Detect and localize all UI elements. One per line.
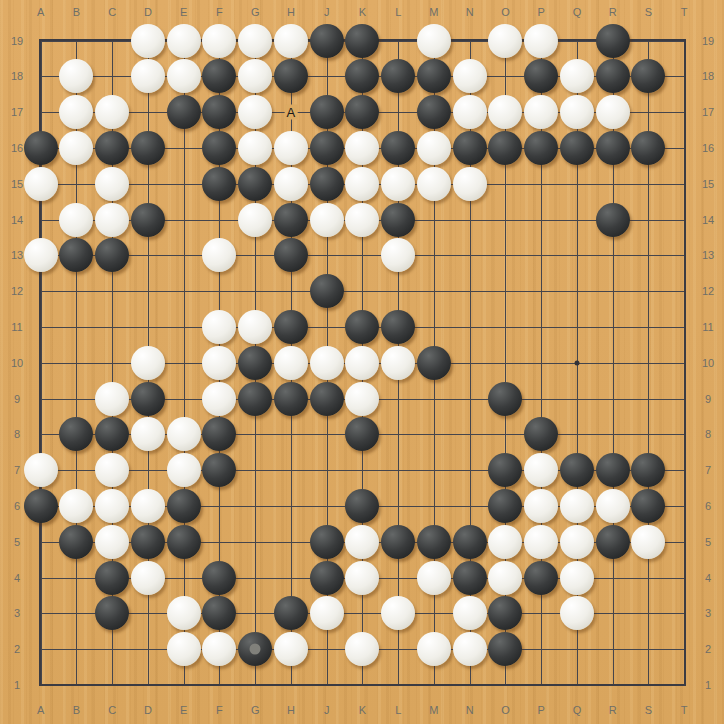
- black-stone-F3[interactable]: [202, 596, 236, 630]
- white-stone-K15[interactable]: [345, 167, 379, 201]
- col-label-B: B: [73, 6, 80, 18]
- white-stone-E2[interactable]: [167, 632, 201, 666]
- row-label-14: 14: [11, 214, 23, 226]
- black-stone-L14[interactable]: [381, 203, 415, 237]
- white-stone-K16[interactable]: [345, 131, 379, 165]
- col-label-O: O: [501, 704, 510, 716]
- col-label-Q: Q: [573, 704, 582, 716]
- white-stone-M16[interactable]: [417, 131, 451, 165]
- white-stone-C5[interactable]: [95, 525, 129, 559]
- black-stone-O7[interactable]: [488, 453, 522, 487]
- col-label-H: H: [287, 704, 295, 716]
- black-stone-J16[interactable]: [310, 131, 344, 165]
- col-label-F: F: [216, 6, 223, 18]
- row-label-8: 8: [14, 428, 20, 440]
- white-stone-J14[interactable]: [310, 203, 344, 237]
- black-stone-L5[interactable]: [381, 525, 415, 559]
- white-stone-R17[interactable]: [596, 95, 630, 129]
- black-stone-S6[interactable]: [631, 489, 665, 523]
- col-label-L: L: [395, 6, 401, 18]
- white-stone-H10[interactable]: [274, 346, 308, 380]
- black-stone-A6[interactable]: [24, 489, 58, 523]
- black-stone-H18[interactable]: [274, 59, 308, 93]
- row-label-11: 11: [702, 321, 713, 333]
- black-stone-M10[interactable]: [417, 346, 451, 380]
- row-label-18: 18: [702, 70, 714, 82]
- white-stone-L15[interactable]: [381, 167, 415, 201]
- black-stone-G10[interactable]: [238, 346, 272, 380]
- black-stone-O16[interactable]: [488, 131, 522, 165]
- star-point-Q10: [574, 360, 579, 365]
- white-stone-F10[interactable]: [202, 346, 236, 380]
- white-stone-L3[interactable]: [381, 596, 415, 630]
- row-label-5: 5: [14, 536, 20, 548]
- row-label-17: 17: [702, 106, 714, 118]
- white-stone-E3[interactable]: [167, 596, 201, 630]
- white-stone-C9[interactable]: [95, 382, 129, 416]
- black-stone-H11[interactable]: [274, 310, 308, 344]
- black-stone-Q16[interactable]: [560, 131, 594, 165]
- black-stone-Q7[interactable]: [560, 453, 594, 487]
- black-stone-F16[interactable]: [202, 131, 236, 165]
- white-stone-K9[interactable]: [345, 382, 379, 416]
- white-stone-G16[interactable]: [238, 131, 272, 165]
- col-label-F: F: [216, 704, 223, 716]
- col-label-J: J: [324, 6, 330, 18]
- white-stone-R6[interactable]: [596, 489, 630, 523]
- white-stone-A7[interactable]: [24, 453, 58, 487]
- row-label-19: 19: [702, 35, 714, 47]
- white-stone-Q4[interactable]: [560, 561, 594, 595]
- col-label-A: A: [37, 704, 44, 716]
- col-label-E: E: [180, 704, 187, 716]
- col-label-M: M: [429, 6, 438, 18]
- white-stone-O17[interactable]: [488, 95, 522, 129]
- white-stone-D10[interactable]: [131, 346, 165, 380]
- row-label-6: 6: [14, 500, 20, 512]
- white-stone-O19[interactable]: [488, 24, 522, 58]
- black-stone-H3[interactable]: [274, 596, 308, 630]
- black-stone-D16[interactable]: [131, 131, 165, 165]
- black-stone-N5[interactable]: [453, 525, 487, 559]
- black-stone-K18[interactable]: [345, 59, 379, 93]
- col-label-K: K: [359, 704, 366, 716]
- white-stone-M15[interactable]: [417, 167, 451, 201]
- black-stone-S16[interactable]: [631, 131, 665, 165]
- black-stone-P4[interactable]: [524, 561, 558, 595]
- black-stone-F15[interactable]: [202, 167, 236, 201]
- black-stone-H13[interactable]: [274, 238, 308, 272]
- white-stone-P6[interactable]: [524, 489, 558, 523]
- black-stone-D14[interactable]: [131, 203, 165, 237]
- white-stone-M19[interactable]: [417, 24, 451, 58]
- white-stone-N17[interactable]: [453, 95, 487, 129]
- col-label-L: L: [395, 704, 401, 716]
- black-stone-R14[interactable]: [596, 203, 630, 237]
- black-stone-J15[interactable]: [310, 167, 344, 201]
- col-label-M: M: [429, 704, 438, 716]
- white-stone-B18[interactable]: [59, 59, 93, 93]
- row-label-3: 3: [705, 607, 711, 619]
- white-stone-F11[interactable]: [202, 310, 236, 344]
- row-label-2: 2: [705, 643, 711, 655]
- black-stone-O2[interactable]: [488, 632, 522, 666]
- col-label-R: R: [609, 704, 617, 716]
- col-label-R: R: [609, 6, 617, 18]
- row-label-11: 11: [11, 321, 22, 333]
- white-stone-F2[interactable]: [202, 632, 236, 666]
- white-stone-O4[interactable]: [488, 561, 522, 595]
- white-stone-P7[interactable]: [524, 453, 558, 487]
- black-stone-K19[interactable]: [345, 24, 379, 58]
- white-stone-D4[interactable]: [131, 561, 165, 595]
- col-label-S: S: [645, 6, 652, 18]
- row-label-8: 8: [705, 428, 711, 440]
- black-stone-M18[interactable]: [417, 59, 451, 93]
- black-stone-O6[interactable]: [488, 489, 522, 523]
- white-stone-Q18[interactable]: [560, 59, 594, 93]
- white-stone-P5[interactable]: [524, 525, 558, 559]
- black-stone-G9[interactable]: [238, 382, 272, 416]
- row-label-7: 7: [705, 464, 711, 476]
- white-stone-N2[interactable]: [453, 632, 487, 666]
- col-label-Q: Q: [573, 6, 582, 18]
- black-stone-C16[interactable]: [95, 131, 129, 165]
- white-stone-K2[interactable]: [345, 632, 379, 666]
- black-stone-J5[interactable]: [310, 525, 344, 559]
- white-stone-B16[interactable]: [59, 131, 93, 165]
- black-stone-J17[interactable]: [310, 95, 344, 129]
- row-label-10: 10: [702, 357, 714, 369]
- black-stone-F18[interactable]: [202, 59, 236, 93]
- black-stone-B13[interactable]: [59, 238, 93, 272]
- white-stone-Q5[interactable]: [560, 525, 594, 559]
- white-stone-G14[interactable]: [238, 203, 272, 237]
- black-stone-S18[interactable]: [631, 59, 665, 93]
- black-stone-H9[interactable]: [274, 382, 308, 416]
- white-stone-S5[interactable]: [631, 525, 665, 559]
- col-label-C: C: [108, 704, 116, 716]
- black-stone-N4[interactable]: [453, 561, 487, 595]
- row-label-9: 9: [14, 393, 20, 405]
- black-stone-C3[interactable]: [95, 596, 129, 630]
- col-label-D: D: [144, 6, 152, 18]
- go-board[interactable]: AABBCCDDEEFFGGHHJJKKLLMMNNOOPPQQRRSSTT19…: [0, 0, 724, 724]
- row-label-12: 12: [11, 285, 23, 297]
- white-stone-C7[interactable]: [95, 453, 129, 487]
- white-stone-K4[interactable]: [345, 561, 379, 595]
- row-label-12: 12: [702, 285, 714, 297]
- white-stone-D19[interactable]: [131, 24, 165, 58]
- row-label-13: 13: [702, 249, 714, 261]
- row-label-19: 19: [11, 35, 23, 47]
- white-stone-K10[interactable]: [345, 346, 379, 380]
- col-label-C: C: [108, 6, 116, 18]
- black-stone-A16[interactable]: [24, 131, 58, 165]
- black-stone-L11[interactable]: [381, 310, 415, 344]
- white-stone-O5[interactable]: [488, 525, 522, 559]
- row-label-14: 14: [702, 214, 714, 226]
- white-stone-C14[interactable]: [95, 203, 129, 237]
- white-stone-G17[interactable]: [238, 95, 272, 129]
- col-label-B: B: [73, 704, 80, 716]
- white-stone-J10[interactable]: [310, 346, 344, 380]
- row-label-10: 10: [11, 357, 23, 369]
- black-stone-R5[interactable]: [596, 525, 630, 559]
- col-label-H: H: [287, 6, 295, 18]
- white-stone-D6[interactable]: [131, 489, 165, 523]
- black-stone-C13[interactable]: [95, 238, 129, 272]
- white-stone-Q3[interactable]: [560, 596, 594, 630]
- white-stone-B17[interactable]: [59, 95, 93, 129]
- black-stone-J12[interactable]: [310, 274, 344, 308]
- col-label-N: N: [466, 704, 474, 716]
- white-stone-L13[interactable]: [381, 238, 415, 272]
- row-label-17: 17: [11, 106, 23, 118]
- white-stone-N3[interactable]: [453, 596, 487, 630]
- black-stone-J9[interactable]: [310, 382, 344, 416]
- black-stone-N16[interactable]: [453, 131, 487, 165]
- white-stone-B14[interactable]: [59, 203, 93, 237]
- black-stone-M5[interactable]: [417, 525, 451, 559]
- white-stone-N15[interactable]: [453, 167, 487, 201]
- white-stone-M4[interactable]: [417, 561, 451, 595]
- white-stone-E8[interactable]: [167, 417, 201, 451]
- white-stone-K5[interactable]: [345, 525, 379, 559]
- white-stone-P19[interactable]: [524, 24, 558, 58]
- white-stone-B6[interactable]: [59, 489, 93, 523]
- black-stone-R16[interactable]: [596, 131, 630, 165]
- white-stone-G18[interactable]: [238, 59, 272, 93]
- white-stone-C17[interactable]: [95, 95, 129, 129]
- white-stone-E18[interactable]: [167, 59, 201, 93]
- black-stone-B5[interactable]: [59, 525, 93, 559]
- black-stone-R19[interactable]: [596, 24, 630, 58]
- row-label-15: 15: [702, 178, 714, 190]
- white-stone-F19[interactable]: [202, 24, 236, 58]
- black-stone-M17[interactable]: [417, 95, 451, 129]
- white-stone-D18[interactable]: [131, 59, 165, 93]
- col-label-N: N: [466, 6, 474, 18]
- black-stone-O3[interactable]: [488, 596, 522, 630]
- black-stone-E17[interactable]: [167, 95, 201, 129]
- white-stone-M2[interactable]: [417, 632, 451, 666]
- black-stone-H14[interactable]: [274, 203, 308, 237]
- black-stone-L16[interactable]: [381, 131, 415, 165]
- white-stone-D8[interactable]: [131, 417, 165, 451]
- white-stone-E19[interactable]: [167, 24, 201, 58]
- col-label-T: T: [681, 6, 688, 18]
- row-label-1: 1: [705, 679, 711, 691]
- col-label-D: D: [144, 704, 152, 716]
- row-label-16: 16: [702, 142, 714, 154]
- black-stone-L18[interactable]: [381, 59, 415, 93]
- black-stone-K8[interactable]: [345, 417, 379, 451]
- row-label-5: 5: [705, 536, 711, 548]
- black-stone-F8[interactable]: [202, 417, 236, 451]
- row-label-15: 15: [11, 178, 23, 190]
- white-stone-J3[interactable]: [310, 596, 344, 630]
- white-stone-E7[interactable]: [167, 453, 201, 487]
- col-label-A: A: [37, 6, 44, 18]
- row-label-2: 2: [14, 643, 20, 655]
- white-stone-G11[interactable]: [238, 310, 272, 344]
- black-stone-K17[interactable]: [345, 95, 379, 129]
- last-move-marker-G2: [250, 644, 261, 655]
- black-stone-R7[interactable]: [596, 453, 630, 487]
- row-label-6: 6: [705, 500, 711, 512]
- black-stone-F4[interactable]: [202, 561, 236, 595]
- black-stone-P16[interactable]: [524, 131, 558, 165]
- black-stone-F7[interactable]: [202, 453, 236, 487]
- white-stone-A15[interactable]: [24, 167, 58, 201]
- black-stone-O9[interactable]: [488, 382, 522, 416]
- col-label-E: E: [180, 6, 187, 18]
- row-label-16: 16: [11, 142, 23, 154]
- black-stone-J4[interactable]: [310, 561, 344, 595]
- black-stone-D5[interactable]: [131, 525, 165, 559]
- white-stone-Q17[interactable]: [560, 95, 594, 129]
- black-stone-G15[interactable]: [238, 167, 272, 201]
- white-stone-G19[interactable]: [238, 24, 272, 58]
- white-stone-N18[interactable]: [453, 59, 487, 93]
- white-stone-P17[interactable]: [524, 95, 558, 129]
- row-label-4: 4: [14, 572, 20, 584]
- white-stone-H15[interactable]: [274, 167, 308, 201]
- col-label-P: P: [538, 6, 545, 18]
- col-label-K: K: [359, 6, 366, 18]
- black-stone-E6[interactable]: [167, 489, 201, 523]
- white-stone-F13[interactable]: [202, 238, 236, 272]
- white-stone-Q6[interactable]: [560, 489, 594, 523]
- row-label-7: 7: [14, 464, 20, 476]
- row-label-9: 9: [705, 393, 711, 405]
- black-stone-D9[interactable]: [131, 382, 165, 416]
- col-label-G: G: [251, 6, 260, 18]
- col-label-G: G: [251, 704, 260, 716]
- row-label-3: 3: [14, 607, 20, 619]
- black-stone-R18[interactable]: [596, 59, 630, 93]
- white-stone-F9[interactable]: [202, 382, 236, 416]
- black-stone-C8[interactable]: [95, 417, 129, 451]
- col-label-J: J: [324, 704, 330, 716]
- black-stone-S7[interactable]: [631, 453, 665, 487]
- row-label-18: 18: [11, 70, 23, 82]
- white-stone-H19[interactable]: [274, 24, 308, 58]
- white-stone-C6[interactable]: [95, 489, 129, 523]
- col-label-T: T: [681, 704, 688, 716]
- annotation-letter-H17: A: [285, 105, 298, 120]
- white-stone-L10[interactable]: [381, 346, 415, 380]
- black-stone-B8[interactable]: [59, 417, 93, 451]
- black-stone-C4[interactable]: [95, 561, 129, 595]
- white-stone-H2[interactable]: [274, 632, 308, 666]
- white-stone-C15[interactable]: [95, 167, 129, 201]
- black-stone-P18[interactable]: [524, 59, 558, 93]
- col-label-P: P: [538, 704, 545, 716]
- row-label-4: 4: [705, 572, 711, 584]
- white-stone-A13[interactable]: [24, 238, 58, 272]
- col-label-O: O: [501, 6, 510, 18]
- black-stone-K6[interactable]: [345, 489, 379, 523]
- black-stone-K11[interactable]: [345, 310, 379, 344]
- black-stone-P8[interactable]: [524, 417, 558, 451]
- black-stone-E5[interactable]: [167, 525, 201, 559]
- black-stone-F17[interactable]: [202, 95, 236, 129]
- row-label-1: 1: [14, 679, 20, 691]
- col-label-S: S: [645, 704, 652, 716]
- row-label-13: 13: [11, 249, 23, 261]
- white-stone-H16[interactable]: [274, 131, 308, 165]
- white-stone-K14[interactable]: [345, 203, 379, 237]
- black-stone-J19[interactable]: [310, 24, 344, 58]
